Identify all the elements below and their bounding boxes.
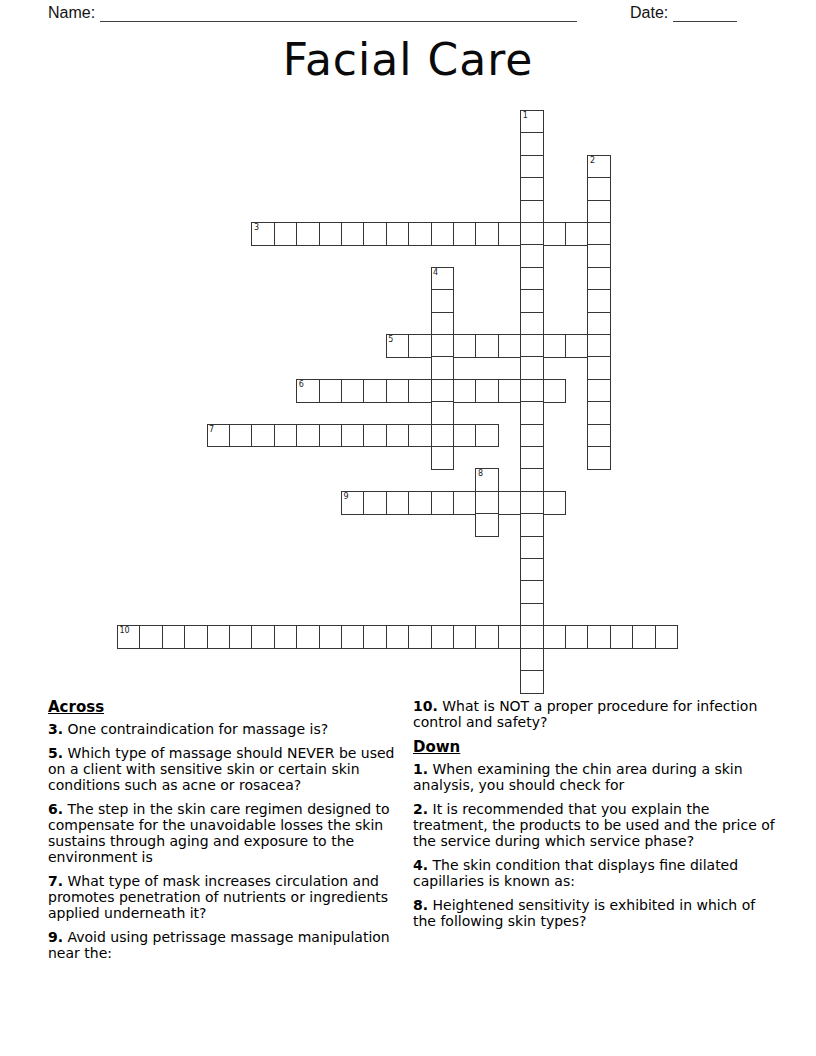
grid-cell-r14c4[interactable]: 7	[207, 424, 231, 448]
across-clue-list-continued: 10. What is NOT a proper procedure for i…	[413, 698, 776, 730]
grid-cell-r16c16[interactable]: 8	[475, 468, 499, 492]
grid-cell-r10c21[interactable]	[587, 334, 611, 358]
grid-cell-r14c9[interactable]	[319, 424, 343, 448]
grid-cell-r23c17[interactable]	[498, 625, 522, 649]
grid-cell-r5c15[interactable]	[453, 222, 477, 246]
grid-cell-r17c13[interactable]	[408, 491, 432, 515]
clue-number: 9.	[48, 929, 63, 945]
grid-cell-r23c13[interactable]	[408, 625, 432, 649]
grid-cell-r5c9[interactable]	[319, 222, 343, 246]
grid-cell-r4c21[interactable]	[587, 200, 611, 224]
cell-number-7: 7	[209, 425, 214, 434]
across-clue-list: 3. One contraindication for massage is?5…	[48, 721, 399, 961]
down-heading: Down	[413, 738, 776, 756]
grid-cell-r21c18[interactable]	[520, 580, 544, 604]
grid-cell-r14c18[interactable]	[520, 424, 544, 448]
grid-cell-r12c11[interactable]	[363, 379, 387, 403]
grid-cell-r5c17[interactable]	[498, 222, 522, 246]
grid-cell-r5c12[interactable]	[386, 222, 410, 246]
grid-cell-r12c12[interactable]	[386, 379, 410, 403]
grid-cell-r23c5[interactable]	[229, 625, 253, 649]
grid-cell-r10c12[interactable]: 5	[386, 334, 410, 358]
cell-number-4: 4	[433, 268, 438, 277]
grid-cell-r23c8[interactable]	[296, 625, 320, 649]
grid-cell-r15c18[interactable]	[520, 446, 544, 470]
grid-cell-r23c1[interactable]	[139, 625, 163, 649]
clues-right-column: 10. What is NOT a proper procedure for i…	[413, 698, 776, 969]
date-fill-line[interactable]	[673, 2, 737, 22]
grid-cell-r12c21[interactable]	[587, 379, 611, 403]
clue-number: 5.	[48, 745, 63, 761]
clue-number: 10.	[413, 698, 438, 714]
grid-cell-r10c14[interactable]	[431, 334, 455, 358]
grid-cell-r18c16[interactable]	[475, 513, 499, 537]
grid-cell-r17c18[interactable]	[520, 491, 544, 515]
grid-cell-r23c3[interactable]	[184, 625, 208, 649]
grid-cell-r10c16[interactable]	[475, 334, 499, 358]
grid-cell-r11c21[interactable]	[587, 356, 611, 380]
grid-cell-r23c18[interactable]	[520, 625, 544, 649]
clues-section: Across 3. One contraindication for massa…	[48, 698, 778, 969]
grid-cell-r15c14[interactable]	[431, 446, 455, 470]
grid-cell-r23c10[interactable]	[341, 625, 365, 649]
grid-cell-r12c15[interactable]	[453, 379, 477, 403]
grid-cell-r12c19[interactable]	[543, 379, 567, 403]
grid-cell-r23c16[interactable]	[475, 625, 499, 649]
grid-cell-r25c18[interactable]	[520, 670, 544, 694]
grid-cell-r10c18[interactable]	[520, 334, 544, 358]
grid-cell-r14c10[interactable]	[341, 424, 365, 448]
grid-cell-r5c6[interactable]: 3	[251, 222, 275, 246]
clue-number: 4.	[413, 857, 428, 873]
grid-cell-r23c12[interactable]	[386, 625, 410, 649]
cell-number-10: 10	[120, 626, 130, 635]
name-label: Name:	[48, 4, 95, 22]
grid-cell-r23c6[interactable]	[251, 625, 275, 649]
grid-cell-r14c6[interactable]	[251, 424, 275, 448]
grid-cell-r17c14[interactable]	[431, 491, 455, 515]
grid-cell-r7c18[interactable]	[520, 267, 544, 291]
grid-cell-r17c15[interactable]	[453, 491, 477, 515]
grid-cell-r3c21[interactable]	[587, 177, 611, 201]
grid-cell-r23c15[interactable]	[453, 625, 477, 649]
grid-cell-r5c18[interactable]	[520, 222, 544, 246]
grid-cell-r17c16[interactable]	[475, 491, 499, 515]
cell-number-8: 8	[478, 469, 483, 478]
grid-cell-r5c13[interactable]	[408, 222, 432, 246]
grid-cell-r5c8[interactable]	[296, 222, 320, 246]
grid-cell-r14c16[interactable]	[475, 424, 499, 448]
grid-cell-r23c4[interactable]	[207, 625, 231, 649]
clue-down-2: 2. It is recommended that you explain th…	[413, 801, 776, 849]
grid-cell-r7c21[interactable]	[587, 267, 611, 291]
grid-cell-r23c2[interactable]	[162, 625, 186, 649]
clue-number: 2.	[413, 801, 428, 817]
grid-cell-r14c13[interactable]	[408, 424, 432, 448]
grid-cell-r12c16[interactable]	[475, 379, 499, 403]
grid-cell-r17c12[interactable]	[386, 491, 410, 515]
grid-cell-r23c11[interactable]	[363, 625, 387, 649]
cell-number-3: 3	[254, 223, 259, 232]
grid-cell-r5c20[interactable]	[565, 222, 589, 246]
down-clue-list: 1. When examining the chin area during a…	[413, 761, 776, 929]
clue-across-6: 6. The step in the skin care regimen des…	[48, 801, 399, 865]
grid-cell-r5c16[interactable]	[475, 222, 499, 246]
grid-cell-r5c14[interactable]	[431, 222, 455, 246]
grid-cell-r23c21[interactable]	[587, 625, 611, 649]
grid-cell-r19c18[interactable]	[520, 536, 544, 560]
grid-cell-r14c7[interactable]	[274, 424, 298, 448]
grid-cell-r4c18[interactable]	[520, 200, 544, 224]
grid-cell-r8c14[interactable]	[431, 289, 455, 313]
grid-cell-r12c8[interactable]: 6	[296, 379, 320, 403]
grid-cell-r2c21[interactable]: 2	[587, 155, 611, 179]
grid-cell-r10c19[interactable]	[543, 334, 567, 358]
grid-cell-r6c21[interactable]	[587, 244, 611, 268]
grid-cell-r17c10[interactable]: 9	[341, 491, 365, 515]
crossword-board: 12345678910	[117, 110, 680, 695]
grid-cell-r23c22[interactable]	[610, 625, 634, 649]
clue-across-7: 7. What type of mask increases circulati…	[48, 873, 399, 921]
grid-cell-r14c21[interactable]	[587, 424, 611, 448]
clue-number: 1.	[413, 761, 428, 777]
across-heading: Across	[48, 698, 399, 716]
grid-cell-r10c15[interactable]	[453, 334, 477, 358]
grid-cell-r5c10[interactable]	[341, 222, 365, 246]
clue-across-3: 3. One contraindication for massage is?	[48, 721, 399, 737]
grid-cell-r17c17[interactable]	[498, 491, 522, 515]
grid-cell-r9c21[interactable]	[587, 312, 611, 336]
grid-cell-r8c18[interactable]	[520, 289, 544, 313]
grid-cell-r18c18[interactable]	[520, 513, 544, 537]
grid-cell-r23c9[interactable]	[319, 625, 343, 649]
grid-cell-r23c0[interactable]: 10	[117, 625, 141, 649]
grid-cell-r12c13[interactable]	[408, 379, 432, 403]
clue-number: 7.	[48, 873, 63, 889]
grid-cell-r13c14[interactable]	[431, 401, 455, 425]
grid-cell-r20c18[interactable]	[520, 558, 544, 582]
cell-number-1: 1	[523, 111, 528, 120]
grid-cell-r5c21[interactable]	[587, 222, 611, 246]
grid-cell-r23c14[interactable]	[431, 625, 455, 649]
grid-cell-r10c20[interactable]	[565, 334, 589, 358]
grid-cell-r12c18[interactable]	[520, 379, 544, 403]
grid-cell-r24c18[interactable]	[520, 648, 544, 672]
grid-cell-r11c18[interactable]	[520, 356, 544, 380]
clue-number: 3.	[48, 721, 63, 737]
worksheet-page: Name: Date: Facial Care 12345678910 Acro…	[0, 0, 816, 1056]
grid-cell-r1c18[interactable]	[520, 132, 544, 156]
clue-down-1: 1. When examining the chin area during a…	[413, 761, 776, 793]
grid-cell-r17c11[interactable]	[363, 491, 387, 515]
clue-down-4: 4. The skin condition that displays fine…	[413, 857, 776, 889]
grid-cell-r8c21[interactable]	[587, 289, 611, 313]
grid-cell-r23c7[interactable]	[274, 625, 298, 649]
grid-cell-r17c19[interactable]	[543, 491, 567, 515]
grid-cell-r14c5[interactable]	[229, 424, 253, 448]
name-fill-line[interactable]	[100, 2, 577, 22]
cell-number-2: 2	[590, 156, 595, 165]
grid-cell-r10c13[interactable]	[408, 334, 432, 358]
grid-cell-r5c19[interactable]	[543, 222, 567, 246]
grid-cell-r12c14[interactable]	[431, 379, 455, 403]
clue-number: 6.	[48, 801, 63, 817]
grid-cell-r9c18[interactable]	[520, 312, 544, 336]
grid-cell-r22c18[interactable]	[520, 603, 544, 627]
clue-across-10: 10. What is NOT a proper procedure for i…	[413, 698, 776, 730]
clue-across-5: 5. Which type of massage should NEVER be…	[48, 745, 399, 793]
cell-number-5: 5	[388, 335, 393, 344]
grid-cell-r5c7[interactable]	[274, 222, 298, 246]
page-title: Facial Care	[0, 34, 816, 85]
grid-cell-r9c14[interactable]	[431, 312, 455, 336]
grid-cell-r23c24[interactable]	[655, 625, 679, 649]
grid-cell-r12c9[interactable]	[319, 379, 343, 403]
grid-cell-r23c20[interactable]	[565, 625, 589, 649]
grid-cell-r12c10[interactable]	[341, 379, 365, 403]
grid-cell-r16c18[interactable]	[520, 468, 544, 492]
grid-cell-r3c18[interactable]	[520, 177, 544, 201]
grid-cell-r23c19[interactable]	[543, 625, 567, 649]
grid-cell-r0c18[interactable]: 1	[520, 110, 544, 134]
grid-cell-r13c18[interactable]	[520, 401, 544, 425]
grid-cell-r14c11[interactable]	[363, 424, 387, 448]
grid-cell-r15c21[interactable]	[587, 446, 611, 470]
grid-cell-r12c17[interactable]	[498, 379, 522, 403]
clue-across-9: 9. Avoid using petrissage massage manipu…	[48, 929, 399, 961]
date-label: Date:	[630, 4, 668, 22]
grid-cell-r2c18[interactable]	[520, 155, 544, 179]
grid-cell-r7c14[interactable]: 4	[431, 267, 455, 291]
grid-cell-r14c14[interactable]	[431, 424, 455, 448]
cell-number-9: 9	[344, 492, 349, 501]
clues-left-column: Across 3. One contraindication for massa…	[48, 698, 399, 969]
grid-cell-r13c21[interactable]	[587, 401, 611, 425]
clue-number: 8.	[413, 897, 428, 913]
grid-cell-r14c12[interactable]	[386, 424, 410, 448]
grid-cell-r14c8[interactable]	[296, 424, 320, 448]
grid-cell-r10c17[interactable]	[498, 334, 522, 358]
grid-cell-r11c14[interactable]	[431, 356, 455, 380]
grid-cell-r5c11[interactable]	[363, 222, 387, 246]
grid-cell-r6c18[interactable]	[520, 244, 544, 268]
cell-number-6: 6	[299, 380, 304, 389]
grid-cell-r14c15[interactable]	[453, 424, 477, 448]
clue-down-8: 8. Heightened sensitivity is exhibited i…	[413, 897, 776, 929]
grid-cell-r23c23[interactable]	[632, 625, 656, 649]
